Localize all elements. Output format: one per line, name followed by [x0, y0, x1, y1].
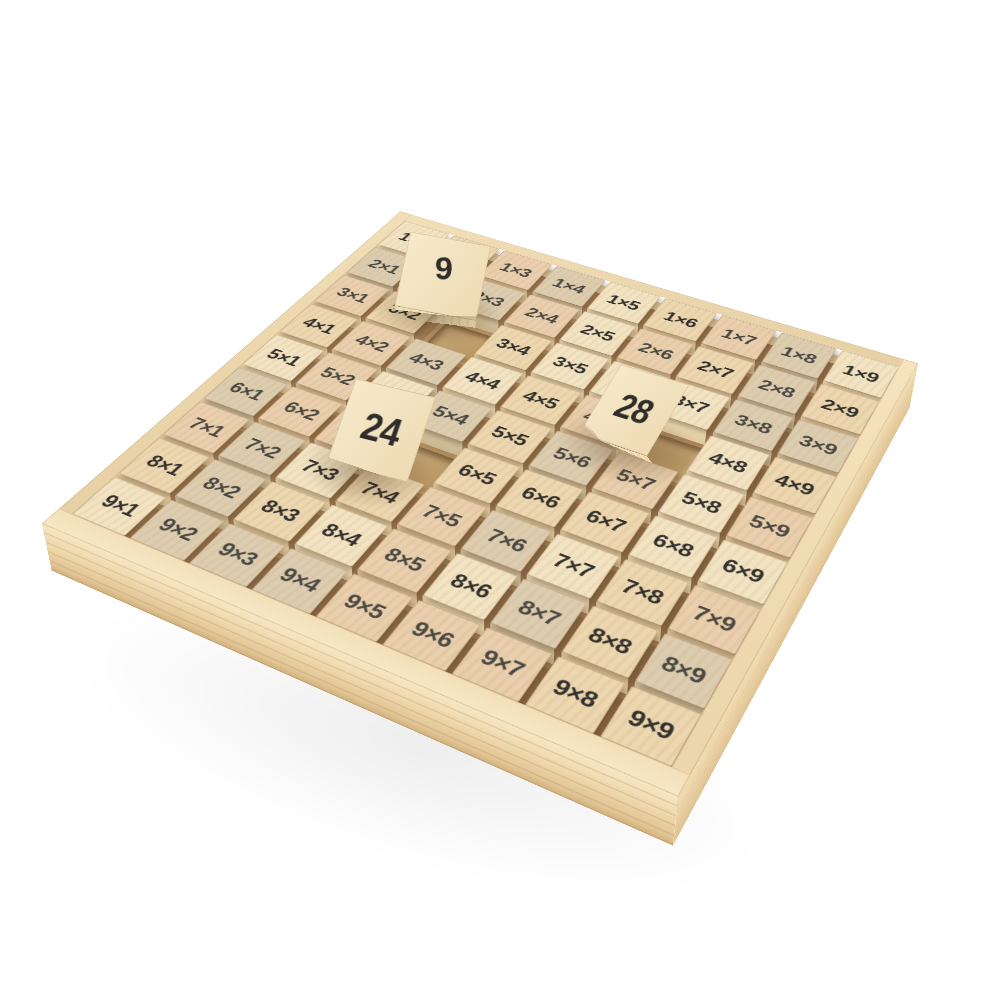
scene: 1×11×21×31×41×51×61×71×81×92×12×22×32×42… — [0, 0, 1000, 1000]
cube-label: 5×5 — [487, 423, 533, 450]
cube-label: 4×3 — [404, 350, 448, 374]
cube-label: 1×8 — [778, 343, 820, 367]
cube-label: 7×8 — [617, 575, 669, 609]
cube-label: 5×8 — [677, 488, 725, 518]
cube-label: 4×9 — [771, 470, 818, 499]
cube-label: 8×6 — [445, 569, 497, 603]
product-photo-page: 1×11×21×31×41×51×61×71×81×92×12×22×32×42… — [0, 0, 1000, 1000]
cube-label: 8×8 — [583, 623, 637, 660]
cube-label: 9×3 — [212, 538, 264, 571]
cube-label: 4×5 — [519, 387, 564, 413]
cube-label: 8×9 — [657, 651, 711, 689]
cube-label: 6×2 — [278, 398, 324, 424]
cube-label: 2×9 — [818, 396, 862, 422]
cube-label: 9×9 — [623, 705, 680, 746]
cube-label: 9×8 — [547, 674, 603, 714]
cube-label: 8×3 — [255, 496, 305, 526]
cube-label: 1×7 — [718, 326, 760, 349]
cube-label: 4×4 — [461, 368, 505, 393]
cube-label: 6×8 — [648, 530, 698, 562]
cube-label: 9×1 — [95, 491, 145, 521]
cube-label: 3×8 — [731, 411, 776, 438]
multiplication-board: 1×11×21×31×41×51×61×71×81×92×12×22×32×42… — [45, 226, 915, 814]
cube-label: 8×1 — [140, 451, 189, 479]
cube-label: 8×7 — [513, 595, 566, 630]
cube-label: 1×5 — [603, 292, 644, 314]
cube-label: 9×6 — [405, 617, 459, 653]
cube-label: 2×4 — [521, 305, 563, 327]
cube-label: 9×7 — [475, 645, 530, 683]
cube-label: 3×9 — [795, 432, 841, 459]
lifted-cube-answer: 24 — [356, 405, 407, 455]
lifted-cube-answer-face: 9 — [394, 231, 491, 320]
cube-label: 7×5 — [417, 501, 467, 532]
cube-label: 7×7 — [548, 549, 599, 582]
cube-label: 6×1 — [223, 379, 268, 404]
cube-label: 1×4 — [549, 276, 590, 297]
cube-label: 9×5 — [338, 590, 391, 625]
cube-label: 1×3 — [496, 260, 536, 280]
cube-label: 7×2 — [239, 435, 287, 463]
cube-label: 7×9 — [688, 601, 740, 637]
cube-label: 9×4 — [274, 563, 326, 597]
cube-label: 1×6 — [660, 309, 701, 331]
cube-label: 6×9 — [718, 555, 769, 588]
cube-label: 6×7 — [581, 506, 630, 537]
cube-label: 3×4 — [492, 336, 535, 359]
cube-label: 6×6 — [516, 483, 565, 513]
cube-label: 2×6 — [634, 339, 677, 362]
cube-label: 7×6 — [481, 525, 531, 557]
cube-label: 7×1 — [183, 414, 230, 441]
cube-label: 1×9 — [840, 362, 883, 386]
lifted-cube-answer: 9 — [434, 250, 452, 286]
cube-label: 5×1 — [261, 346, 305, 370]
cube-label: 4×1 — [297, 314, 340, 336]
cube-label: 2×7 — [694, 358, 737, 382]
cube-label: 6×5 — [453, 461, 501, 490]
cube-label: 5×4 — [428, 403, 474, 429]
cube-label: 8×2 — [197, 473, 246, 502]
lifted-cube-9[interactable]: 9 — [394, 231, 491, 320]
cube-label: 8×4 — [316, 519, 367, 551]
cube-label: 9×2 — [152, 514, 203, 545]
cube-label: 8×5 — [379, 544, 430, 577]
cube-label: 2×8 — [755, 376, 799, 401]
lifted-cube-answer: 28 — [607, 387, 660, 432]
cube-label: 4×2 — [350, 332, 393, 355]
cube-label: 2×5 — [577, 322, 619, 345]
cube-label: 4×8 — [705, 448, 752, 476]
cube-label: 5×9 — [745, 511, 794, 542]
cube-label: 3×5 — [548, 354, 591, 378]
